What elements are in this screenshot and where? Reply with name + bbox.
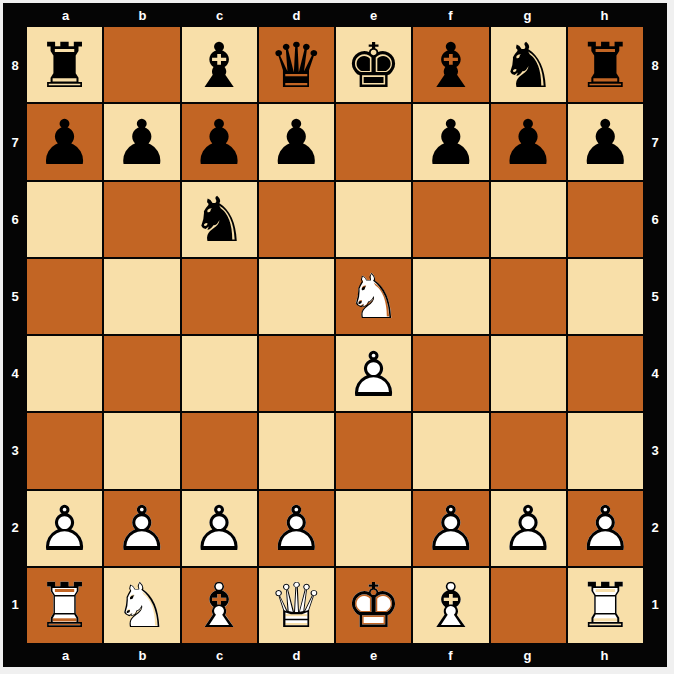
square-h2[interactable]: ♟♙ [568, 491, 643, 566]
square-h7[interactable]: ♟ [568, 104, 643, 179]
square-c5[interactable] [182, 259, 257, 334]
square-g2[interactable]: ♟♙ [491, 491, 566, 566]
rank-label-8: 8 [643, 27, 667, 104]
file-label-a: a [27, 643, 104, 667]
square-b4[interactable] [104, 336, 179, 411]
rank-label-7: 7 [643, 104, 667, 181]
square-c2[interactable]: ♟♙ [182, 491, 257, 566]
black-king[interactable]: ♚ [336, 27, 411, 102]
square-e8[interactable]: ♚ [336, 27, 411, 102]
square-c4[interactable] [182, 336, 257, 411]
file-label-f: f [412, 643, 489, 667]
white-queen[interactable]: ♛♕ [259, 568, 334, 643]
black-king-icon: ♚ [346, 27, 402, 102]
board-frame: abcdefgh 87654321 ♜♝♛♚♝♞♜♟♟♟♟♟♟♟♞♞♘♟♙♟♙♟… [3, 3, 667, 667]
black-rook-icon: ♜ [37, 27, 93, 102]
square-g1[interactable] [491, 568, 566, 643]
white-rook-icon: ♖ [578, 568, 634, 643]
square-e1[interactable]: ♚♔ [336, 568, 411, 643]
rank-label-5: 5 [643, 258, 667, 335]
square-d5[interactable] [259, 259, 334, 334]
file-labels-bottom: abcdefgh [27, 643, 643, 667]
rank-label-8: 8 [3, 27, 27, 104]
square-b6[interactable] [104, 182, 179, 257]
white-pawn[interactable]: ♟♙ [491, 491, 566, 566]
white-pawn-icon: ♙ [37, 491, 93, 566]
black-queen[interactable]: ♛ [259, 27, 334, 102]
square-a4[interactable] [27, 336, 102, 411]
square-a7[interactable]: ♟ [27, 104, 102, 179]
file-label-g: g [489, 643, 566, 667]
rank-label-3: 3 [3, 412, 27, 489]
square-f6[interactable] [413, 182, 488, 257]
square-h4[interactable] [568, 336, 643, 411]
file-label-f: f [412, 3, 489, 27]
white-knight[interactable]: ♞♘ [104, 568, 179, 643]
black-pawn[interactable]: ♟ [182, 104, 257, 179]
white-knight[interactable]: ♞♘ [336, 259, 411, 334]
rank-labels-right: 87654321 [643, 27, 667, 643]
white-bishop[interactable]: ♝♗ [413, 568, 488, 643]
square-a1[interactable]: ♜♖ [27, 568, 102, 643]
rank-label-2: 2 [643, 489, 667, 566]
file-label-d: d [258, 643, 335, 667]
black-pawn-icon: ♟ [114, 104, 170, 179]
square-h3[interactable] [568, 413, 643, 488]
white-pawn-icon: ♙ [346, 336, 402, 411]
square-g4[interactable] [491, 336, 566, 411]
file-label-e: e [335, 643, 412, 667]
black-pawn[interactable]: ♟ [259, 104, 334, 179]
white-pawn[interactable]: ♟♙ [27, 491, 102, 566]
black-pawn-icon: ♟ [423, 104, 479, 179]
black-knight-icon: ♞ [500, 27, 556, 102]
black-pawn[interactable]: ♟ [568, 104, 643, 179]
white-king[interactable]: ♚♔ [336, 568, 411, 643]
file-label-d: d [258, 3, 335, 27]
white-pawn-icon: ♙ [114, 491, 170, 566]
white-pawn-icon: ♙ [269, 491, 325, 566]
white-rook-icon: ♖ [37, 568, 93, 643]
white-knight-icon: ♘ [346, 259, 402, 334]
file-label-a: a [27, 3, 104, 27]
square-f4[interactable] [413, 336, 488, 411]
white-pawn[interactable]: ♟♙ [104, 491, 179, 566]
white-knight-icon: ♘ [114, 568, 170, 643]
black-pawn[interactable]: ♟ [27, 104, 102, 179]
rank-label-6: 6 [3, 181, 27, 258]
black-rook[interactable]: ♜ [27, 27, 102, 102]
square-e7[interactable] [336, 104, 411, 179]
square-g8[interactable]: ♞ [491, 27, 566, 102]
white-pawn-icon: ♙ [191, 491, 247, 566]
chess-board: ♜♝♛♚♝♞♜♟♟♟♟♟♟♟♞♞♘♟♙♟♙♟♙♟♙♟♙♟♙♟♙♟♙♜♖♞♘♝♗♛… [27, 27, 643, 643]
square-d3[interactable] [259, 413, 334, 488]
square-g5[interactable] [491, 259, 566, 334]
square-d2[interactable]: ♟♙ [259, 491, 334, 566]
white-bishop[interactable]: ♝♗ [182, 568, 257, 643]
black-knight[interactable]: ♞ [182, 182, 257, 257]
black-bishop[interactable]: ♝ [182, 27, 257, 102]
square-f2[interactable]: ♟♙ [413, 491, 488, 566]
file-label-c: c [181, 643, 258, 667]
square-f8[interactable]: ♝ [413, 27, 488, 102]
square-g7[interactable]: ♟ [491, 104, 566, 179]
square-c6[interactable]: ♞ [182, 182, 257, 257]
square-a6[interactable] [27, 182, 102, 257]
white-rook[interactable]: ♜♖ [27, 568, 102, 643]
file-label-e: e [335, 3, 412, 27]
file-label-g: g [489, 3, 566, 27]
rank-label-7: 7 [3, 104, 27, 181]
file-labels-top: abcdefgh [27, 3, 643, 27]
square-c8[interactable]: ♝ [182, 27, 257, 102]
black-rook[interactable]: ♜ [568, 27, 643, 102]
white-pawn-icon: ♙ [500, 491, 556, 566]
file-label-c: c [181, 3, 258, 27]
square-f7[interactable]: ♟ [413, 104, 488, 179]
square-a3[interactable] [27, 413, 102, 488]
square-e3[interactable] [336, 413, 411, 488]
rank-label-1: 1 [643, 566, 667, 643]
square-h5[interactable] [568, 259, 643, 334]
black-pawn-icon: ♟ [191, 104, 247, 179]
file-label-h: h [566, 643, 643, 667]
rank-labels-left: 87654321 [3, 27, 27, 643]
square-b2[interactable]: ♟♙ [104, 491, 179, 566]
black-bishop-icon: ♝ [423, 27, 479, 102]
square-c3[interactable] [182, 413, 257, 488]
white-pawn[interactable]: ♟♙ [259, 491, 334, 566]
file-label-b: b [104, 643, 181, 667]
square-d1[interactable]: ♛♕ [259, 568, 334, 643]
black-knight[interactable]: ♞ [491, 27, 566, 102]
white-bishop-icon: ♗ [191, 568, 247, 643]
square-b5[interactable] [104, 259, 179, 334]
black-pawn-icon: ♟ [500, 104, 556, 179]
square-a5[interactable] [27, 259, 102, 334]
black-rook-icon: ♜ [578, 27, 634, 102]
square-e2[interactable] [336, 491, 411, 566]
square-b3[interactable] [104, 413, 179, 488]
black-pawn[interactable]: ♟ [104, 104, 179, 179]
black-pawn-icon: ♟ [578, 104, 634, 179]
black-pawn[interactable]: ♟ [413, 104, 488, 179]
rank-label-1: 1 [3, 566, 27, 643]
black-queen-icon: ♛ [269, 27, 325, 102]
square-d7[interactable]: ♟ [259, 104, 334, 179]
square-e5[interactable]: ♞♘ [336, 259, 411, 334]
black-knight-icon: ♞ [191, 182, 247, 257]
white-pawn[interactable]: ♟♙ [413, 491, 488, 566]
square-a8[interactable]: ♜ [27, 27, 102, 102]
rank-label-4: 4 [3, 335, 27, 412]
square-e6[interactable] [336, 182, 411, 257]
square-f1[interactable]: ♝♗ [413, 568, 488, 643]
square-h8[interactable]: ♜ [568, 27, 643, 102]
white-pawn[interactable]: ♟♙ [336, 336, 411, 411]
black-pawn[interactable]: ♟ [491, 104, 566, 179]
rank-label-2: 2 [3, 489, 27, 566]
black-bishop[interactable]: ♝ [413, 27, 488, 102]
square-h1[interactable]: ♜♖ [568, 568, 643, 643]
square-f5[interactable] [413, 259, 488, 334]
rank-label-4: 4 [643, 335, 667, 412]
white-king-icon: ♔ [346, 568, 402, 643]
rank-label-3: 3 [643, 412, 667, 489]
rank-label-6: 6 [643, 181, 667, 258]
white-queen-icon: ♕ [269, 568, 325, 643]
rank-label-5: 5 [3, 258, 27, 335]
white-pawn-icon: ♙ [423, 491, 479, 566]
square-c7[interactable]: ♟ [182, 104, 257, 179]
square-f3[interactable] [413, 413, 488, 488]
white-pawn[interactable]: ♟♙ [568, 491, 643, 566]
file-label-b: b [104, 3, 181, 27]
square-h6[interactable] [568, 182, 643, 257]
square-d4[interactable] [259, 336, 334, 411]
white-rook[interactable]: ♜♖ [568, 568, 643, 643]
square-b1[interactable]: ♞♘ [104, 568, 179, 643]
square-e4[interactable]: ♟♙ [336, 336, 411, 411]
white-pawn-icon: ♙ [578, 491, 634, 566]
black-pawn-icon: ♟ [269, 104, 325, 179]
square-c1[interactable]: ♝♗ [182, 568, 257, 643]
square-b8[interactable] [104, 27, 179, 102]
white-pawn[interactable]: ♟♙ [182, 491, 257, 566]
square-d6[interactable] [259, 182, 334, 257]
black-bishop-icon: ♝ [191, 27, 247, 102]
square-a2[interactable]: ♟♙ [27, 491, 102, 566]
square-b7[interactable]: ♟ [104, 104, 179, 179]
square-g6[interactable] [491, 182, 566, 257]
black-pawn-icon: ♟ [37, 104, 93, 179]
file-label-h: h [566, 3, 643, 27]
white-bishop-icon: ♗ [423, 568, 479, 643]
square-d8[interactable]: ♛ [259, 27, 334, 102]
square-g3[interactable] [491, 413, 566, 488]
